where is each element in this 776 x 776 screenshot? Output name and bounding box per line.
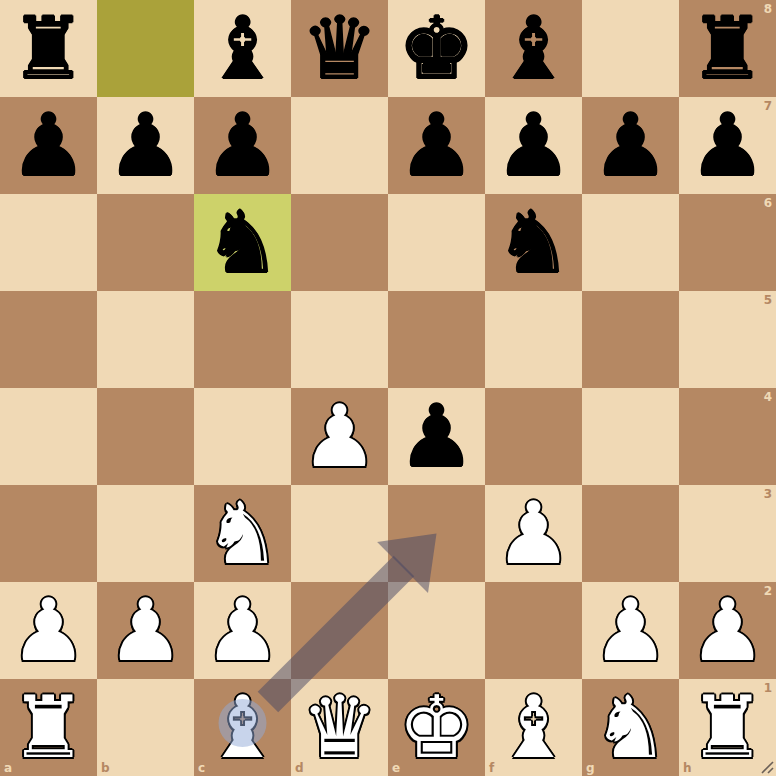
square-e7[interactable]: ♟ (388, 97, 485, 194)
black-pawn[interactable]: ♟ (398, 388, 475, 485)
square-b8[interactable] (97, 0, 194, 97)
black-pawn[interactable]: ♟ (398, 97, 475, 194)
square-g7[interactable]: ♟ (582, 97, 679, 194)
black-knight[interactable]: ♞ (204, 194, 281, 291)
square-f3[interactable]: ♟ (485, 485, 582, 582)
white-pawn[interactable]: ♟ (107, 582, 184, 679)
black-pawn[interactable]: ♟ (204, 97, 281, 194)
black-pawn[interactable]: ♟ (10, 97, 87, 194)
square-a6[interactable] (0, 194, 97, 291)
square-g6[interactable] (582, 194, 679, 291)
white-rook[interactable]: ♜ (10, 679, 87, 776)
square-g3[interactable] (582, 485, 679, 582)
black-rook[interactable]: ♜ (10, 0, 87, 97)
white-pawn[interactable]: ♟ (689, 582, 766, 679)
black-king[interactable]: ♚ (398, 0, 475, 97)
rank-label-4: 4 (764, 391, 772, 403)
file-label-b: b (101, 762, 110, 774)
white-knight[interactable]: ♞ (592, 679, 669, 776)
white-rook[interactable]: ♜ (689, 679, 766, 776)
square-c4[interactable] (194, 388, 291, 485)
square-c1[interactable]: ♝c (194, 679, 291, 776)
white-bishop[interactable]: ♝ (204, 679, 281, 776)
square-b4[interactable] (97, 388, 194, 485)
square-e1[interactable]: ♚e (388, 679, 485, 776)
square-a8[interactable]: ♜ (0, 0, 97, 97)
square-g4[interactable] (582, 388, 679, 485)
rank-label-5: 5 (764, 294, 772, 306)
square-d6[interactable] (291, 194, 388, 291)
square-f1[interactable]: ♝f (485, 679, 582, 776)
square-f7[interactable]: ♟ (485, 97, 582, 194)
black-pawn[interactable]: ♟ (107, 97, 184, 194)
square-c5[interactable] (194, 291, 291, 388)
black-knight[interactable]: ♞ (495, 194, 572, 291)
square-b3[interactable] (97, 485, 194, 582)
square-f4[interactable] (485, 388, 582, 485)
square-b5[interactable] (97, 291, 194, 388)
square-h2[interactable]: ♟2 (679, 582, 776, 679)
square-a2[interactable]: ♟ (0, 582, 97, 679)
square-c8[interactable]: ♝ (194, 0, 291, 97)
square-h4[interactable]: 4 (679, 388, 776, 485)
square-d7[interactable] (291, 97, 388, 194)
square-c6[interactable]: ♞ (194, 194, 291, 291)
square-b7[interactable]: ♟ (97, 97, 194, 194)
square-d3[interactable] (291, 485, 388, 582)
square-d2[interactable] (291, 582, 388, 679)
resize-handle-icon[interactable] (760, 760, 775, 775)
white-king[interactable]: ♚ (398, 679, 475, 776)
white-bishop[interactable]: ♝ (495, 679, 572, 776)
white-pawn[interactable]: ♟ (204, 582, 281, 679)
square-c3[interactable]: ♞ (194, 485, 291, 582)
square-d8[interactable]: ♛ (291, 0, 388, 97)
chess-board: ♜♝♛♚♝♜8♟♟♟♟♟♟♟7♞♞65♟♟4♞♟3♟♟♟♟♟2♜ab♝c♛d♚e… (0, 0, 776, 776)
black-pawn[interactable]: ♟ (592, 97, 669, 194)
square-b1[interactable]: b (97, 679, 194, 776)
black-bishop[interactable]: ♝ (204, 0, 281, 97)
chess-board-stage: ♜♝♛♚♝♜8♟♟♟♟♟♟♟7♞♞65♟♟4♞♟3♟♟♟♟♟2♜ab♝c♛d♚e… (0, 0, 776, 776)
rank-label-6: 6 (764, 197, 772, 209)
square-d5[interactable] (291, 291, 388, 388)
square-a4[interactable] (0, 388, 97, 485)
white-pawn[interactable]: ♟ (10, 582, 87, 679)
white-pawn[interactable]: ♟ (495, 485, 572, 582)
square-a7[interactable]: ♟ (0, 97, 97, 194)
square-e2[interactable] (388, 582, 485, 679)
square-h5[interactable]: 5 (679, 291, 776, 388)
square-a1[interactable]: ♜a (0, 679, 97, 776)
square-h6[interactable]: 6 (679, 194, 776, 291)
square-g2[interactable]: ♟ (582, 582, 679, 679)
square-e6[interactable] (388, 194, 485, 291)
square-a5[interactable] (0, 291, 97, 388)
square-g1[interactable]: ♞g (582, 679, 679, 776)
white-pawn[interactable]: ♟ (592, 582, 669, 679)
square-f6[interactable]: ♞ (485, 194, 582, 291)
square-d4[interactable]: ♟ (291, 388, 388, 485)
black-queen[interactable]: ♛ (301, 0, 378, 97)
square-g8[interactable] (582, 0, 679, 97)
square-c7[interactable]: ♟ (194, 97, 291, 194)
rank-label-3: 3 (764, 488, 772, 500)
black-pawn[interactable]: ♟ (689, 97, 766, 194)
square-g5[interactable] (582, 291, 679, 388)
file-label-f: f (489, 762, 494, 774)
black-rook[interactable]: ♜ (689, 0, 766, 97)
square-f2[interactable] (485, 582, 582, 679)
square-b6[interactable] (97, 194, 194, 291)
square-e8[interactable]: ♚ (388, 0, 485, 97)
square-e5[interactable] (388, 291, 485, 388)
white-pawn[interactable]: ♟ (301, 388, 378, 485)
square-c2[interactable]: ♟ (194, 582, 291, 679)
black-bishop[interactable]: ♝ (495, 0, 572, 97)
square-h8[interactable]: ♜8 (679, 0, 776, 97)
square-f8[interactable]: ♝ (485, 0, 582, 97)
square-b2[interactable]: ♟ (97, 582, 194, 679)
black-pawn[interactable]: ♟ (495, 97, 572, 194)
square-h3[interactable]: 3 (679, 485, 776, 582)
white-queen[interactable]: ♛ (301, 679, 378, 776)
square-e3[interactable] (388, 485, 485, 582)
square-h7[interactable]: ♟7 (679, 97, 776, 194)
square-a3[interactable] (0, 485, 97, 582)
square-f5[interactable] (485, 291, 582, 388)
square-e4[interactable]: ♟ (388, 388, 485, 485)
square-d1[interactable]: ♛d (291, 679, 388, 776)
white-knight[interactable]: ♞ (204, 485, 281, 582)
